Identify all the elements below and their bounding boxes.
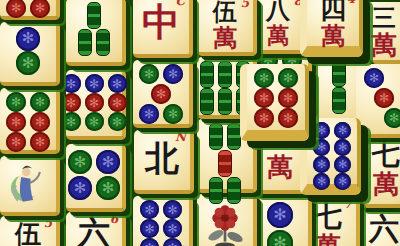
lady-flower-icon: [0, 156, 56, 212]
green-circle-icon: ✻: [278, 68, 298, 88]
red-circle-icon: ✻: [374, 88, 394, 108]
character-glyph: 七: [372, 140, 400, 169]
circles-pattern: ✻✻✻✻✻✻: [247, 64, 305, 130]
blue-circle-icon: ✻: [334, 156, 351, 173]
green-circle-icon: ✻: [68, 150, 92, 174]
tile-characters: 中: [133, 0, 189, 54]
red-circle-icon: ✻: [30, 112, 50, 132]
green-circle-icon: ✻: [16, 51, 40, 75]
corner-numeral: 4: [347, 0, 355, 5]
character-glyph: 六: [78, 216, 110, 246]
tile-wind-north[interactable]: 北N: [134, 130, 194, 194]
character-glyph: 六: [369, 213, 399, 245]
green-bamboo-stick-icon: [218, 88, 232, 115]
green-bamboo-stick-icon: [227, 177, 241, 204]
mahjong-board: 六萬6七萬7三萬3七萬7✻✻✻✻✻萬1✻✻✻✻✻✻八萬8✻✻✻✻✻✻✻✻四萬4 …: [0, 0, 400, 246]
green-circle-icon: ✻: [139, 64, 159, 84]
blue-circle-icon: ✻: [334, 122, 351, 139]
tile-wan-5-b[interactable]: 伍萬5: [197, 0, 257, 56]
red-circle-icon: ✻: [278, 88, 298, 108]
green-circle-icon: ✻: [96, 176, 120, 200]
character-glyph: 萬: [267, 154, 293, 181]
green-circle-icon: ✻: [254, 68, 274, 88]
tile-flower-lady[interactable]: [0, 156, 60, 216]
character-glyph: 八: [266, 0, 290, 23]
tile-circles-3[interactable]: ✻✻✻: [356, 64, 400, 138]
spacer: [388, 68, 400, 88]
corner-numeral: 5: [44, 217, 52, 229]
character-glyph: 四: [320, 0, 346, 23]
red-circle-icon: ✻: [108, 93, 127, 112]
circles-pattern: ✻✻✻✻: [66, 144, 122, 208]
tile-circles-9[interactable]: ✻✻✻✻✻✻✻✻✻: [66, 70, 126, 140]
character-glyph: 萬: [373, 171, 399, 198]
corner-numeral: 7: [344, 198, 352, 210]
green-bamboo-stick-icon: [209, 177, 223, 204]
tile-circles-6-a[interactable]: ✻✻✻✻✻✻: [0, 88, 60, 154]
circles-pattern: ✻✻✻✻✻✻: [0, 0, 56, 16]
green-circle-icon: ✻: [62, 112, 81, 131]
tile-wan-7-a[interactable]: 七萬7: [358, 136, 400, 208]
red-circle-icon: ✻: [254, 88, 274, 108]
green-bamboo-stick-icon: [218, 61, 232, 88]
red-circle-icon: ✻: [6, 0, 26, 18]
character-glyph: 萬: [213, 26, 237, 51]
red-circle-icon: ✻: [30, 132, 50, 152]
circles-pattern: ✻✻: [252, 195, 308, 246]
green-bamboo-stick-icon: [227, 123, 241, 150]
green-bamboo-stick-icon: [87, 2, 101, 29]
blue-circle-icon: ✻: [313, 139, 330, 156]
character-glyph: 伍: [15, 221, 41, 246]
blue-circle-icon: ✻: [313, 156, 330, 173]
blue-circle-icon: ✻: [96, 150, 120, 174]
character-glyph: 萬: [315, 233, 341, 246]
tile-circles-5[interactable]: ✻✻✻✻✻: [133, 60, 193, 128]
red-circle-icon: ✻: [30, 0, 50, 18]
corner-numeral: C: [175, 0, 185, 7]
blue-circle-icon: ✻: [163, 200, 182, 219]
blue-circle-icon: ✻: [313, 173, 330, 190]
circles-pattern: ✻✻✻✻✻: [133, 60, 189, 124]
tile-circles-8-b[interactable]: ✻✻✻✻✻✻✻✻: [133, 196, 193, 246]
blue-circle-icon: ✻: [140, 238, 159, 246]
blue-circle-icon: ✻: [334, 173, 351, 190]
tile-bamboo-3[interactable]: [66, 0, 126, 66]
green-circle-icon: ✻: [163, 104, 183, 124]
green-bamboo-stick-icon: [200, 61, 214, 88]
blue-circle-icon: ✻: [267, 202, 293, 228]
blue-circle-icon: ✻: [85, 74, 104, 93]
red-bamboo-stick-icon: [218, 150, 232, 177]
green-circle-icon: ✻: [30, 92, 50, 112]
green-circle-icon: ✻: [6, 92, 26, 112]
green-bamboo-stick-icon: [332, 87, 346, 114]
tile-circles-2-a[interactable]: ✻✻: [0, 22, 60, 86]
circles-pattern: ✻✻: [0, 22, 56, 82]
green-circle-icon: ✻: [267, 230, 293, 246]
blue-circle-icon: ✻: [140, 200, 159, 219]
red-circle-icon: ✻: [6, 112, 26, 132]
blue-circle-icon: ✻: [68, 176, 92, 200]
character-glyph: 萬: [321, 24, 345, 49]
green-circle-icon: ✻: [384, 108, 400, 128]
green-circle-icon: ✻: [85, 112, 104, 131]
circles-pattern: ✻✻✻✻✻✻✻✻: [133, 196, 189, 246]
blue-circle-icon: ✻: [364, 68, 384, 88]
tile-wan-5-a[interactable]: 伍萬5: [0, 216, 60, 246]
tile-circles-2-b[interactable]: ✻✻: [252, 195, 312, 246]
character-glyph: 萬: [267, 24, 289, 47]
character-glyph: 北: [145, 141, 179, 177]
circles-pattern: ✻✻✻: [356, 64, 400, 134]
blue-circle-icon: ✻: [140, 219, 159, 238]
tile-characters: 四萬: [307, 0, 359, 46]
character-glyph: 中: [142, 3, 180, 43]
blue-circle-icon: ✻: [163, 64, 183, 84]
red-circle-icon: ✻: [278, 108, 298, 128]
tile-circles-8-raised[interactable]: ✻✻✻✻✻✻✻✻: [300, 118, 361, 195]
character-glyph: 七: [314, 202, 342, 231]
blue-circle-icon: ✻: [62, 74, 81, 93]
corner-numeral: N: [175, 131, 186, 143]
tile-circles-4[interactable]: ✻✻✻✻: [66, 144, 126, 212]
tile-characters: 六萬: [356, 209, 400, 246]
character-glyph: 萬: [371, 32, 397, 59]
red-circle-icon: ✻: [6, 132, 26, 152]
blue-circle-icon: ✻: [163, 219, 182, 238]
spacer: [364, 108, 380, 128]
green-bamboo-stick-icon: [332, 60, 346, 87]
tile-characters: 七萬: [358, 136, 400, 204]
green-bamboo-stick-icon: [78, 29, 92, 56]
tile-dragon-red[interactable]: 中C: [133, 0, 193, 58]
tile-wan-4-raised[interactable]: 四萬4: [300, 0, 363, 57]
green-bamboo-stick-icon: [209, 123, 223, 150]
green-bamboo-stick-icon: [200, 88, 214, 115]
corner-numeral: 6: [110, 213, 118, 225]
character-glyph: 三: [372, 6, 396, 31]
corner-numeral: 5: [241, 0, 249, 9]
blue-circle-icon: ✻: [108, 74, 127, 93]
tile-circles-6-cut[interactable]: ✻✻✻✻✻✻: [0, 0, 60, 20]
red-circle-icon: ✻: [62, 93, 81, 112]
tile-wan-6-b[interactable]: 六萬6: [356, 209, 400, 246]
blue-circle-icon: ✻: [313, 122, 330, 139]
red-circle-icon: ✻: [254, 108, 274, 128]
circles-pattern: ✻✻✻✻✻✻✻✻✻: [66, 70, 122, 136]
red-circle-icon: ✻: [151, 84, 171, 104]
blue-circle-icon: ✻: [163, 238, 182, 246]
green-circle-icon: ✻: [108, 112, 127, 131]
green-bamboo-stick-icon: [96, 29, 110, 56]
bamboo-pattern: [66, 0, 122, 62]
blue-circle-icon: ✻: [334, 139, 351, 156]
blue-circle-icon: ✻: [16, 27, 40, 51]
blue-circle-icon: ✻: [139, 104, 159, 124]
circles-pattern: ✻✻✻✻✻✻✻✻: [307, 118, 357, 184]
character-glyph: 伍: [213, 0, 237, 25]
circles-pattern: ✻✻✻✻✻✻: [0, 88, 56, 150]
tile-wan-6-a[interactable]: 六萬6: [66, 212, 126, 246]
red-circle-icon: ✻: [85, 93, 104, 112]
tile-circles-6-raised[interactable]: ✻✻✻✻✻✻: [240, 64, 309, 141]
